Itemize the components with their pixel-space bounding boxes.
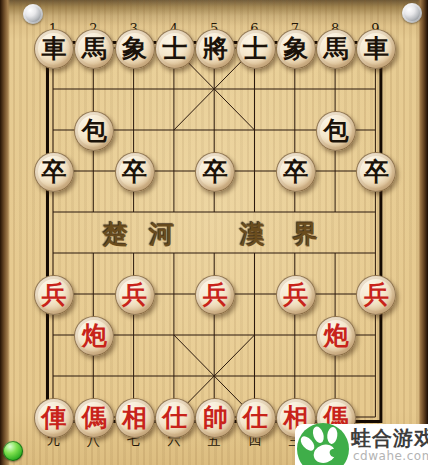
piece-black[interactable]: 士 [236,29,276,69]
piece-red[interactable]: 仕 [155,398,195,438]
board-grid[interactable] [0,0,428,465]
piece-black[interactable]: 卒 [276,152,316,192]
frog-paw-icon [297,423,349,465]
watermark-brand: 蛙合游戏 [351,425,428,452]
piece-red[interactable]: 兵 [34,275,74,315]
piece-black[interactable]: 將 [195,29,235,69]
piece-red[interactable]: 相 [115,398,155,438]
piece-black[interactable]: 卒 [34,152,74,192]
piece-red[interactable]: 俥 [34,398,74,438]
piece-red[interactable]: 兵 [276,275,316,315]
piece-red[interactable]: 兵 [195,275,235,315]
screw-icon [23,4,43,24]
piece-black[interactable]: 象 [115,29,155,69]
watermark-domain: cdwahe.com [353,449,428,463]
river-text-chu: 楚河 [103,218,195,246]
piece-red[interactable]: 兵 [115,275,155,315]
piece-black[interactable]: 卒 [115,152,155,192]
xiangqi-board[interactable]: 楚河 漢界 123456789 九八七六五四三二一 車馬象士將士象馬車包包卒卒卒… [0,0,428,465]
piece-black[interactable]: 象 [276,29,316,69]
piece-black[interactable]: 士 [155,29,195,69]
piece-black[interactable]: 車 [34,29,74,69]
watermark: 蛙合游戏 cdwahe.com [295,424,428,465]
piece-red[interactable]: 仕 [236,398,276,438]
river-text-han: 漢界 [240,218,346,246]
piece-black[interactable]: 包 [316,111,356,151]
piece-red[interactable]: 帥 [195,398,235,438]
piece-red[interactable]: 炮 [316,316,356,356]
piece-black[interactable]: 馬 [316,29,356,69]
piece-black[interactable]: 卒 [195,152,235,192]
green-button-icon[interactable] [3,441,23,461]
screw-icon [402,3,422,23]
